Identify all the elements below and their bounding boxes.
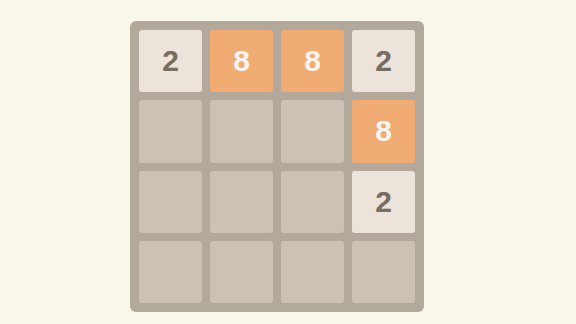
empty-cell-r4c3 xyxy=(281,241,344,303)
empty-cell-r4c2 xyxy=(210,241,273,303)
tile-2-r1c4: 2 xyxy=(352,30,415,92)
empty-cell-r2c1 xyxy=(139,100,202,162)
empty-cell-r3c3 xyxy=(281,171,344,233)
empty-cell-r4c1 xyxy=(139,241,202,303)
page-background: { "game": "2048", "grid_size": { "rows":… xyxy=(0,0,576,324)
tile-8-r1c2: 8 xyxy=(210,30,273,92)
empty-cell-r3c2 xyxy=(210,171,273,233)
game-board[interactable]: 288282 xyxy=(130,21,424,312)
empty-cell-r4c4 xyxy=(352,241,415,303)
tile-2-r3c4: 2 xyxy=(352,171,415,233)
empty-cell-r2c3 xyxy=(281,100,344,162)
tile-2-r1c1: 2 xyxy=(139,30,202,92)
tile-8-r2c4: 8 xyxy=(352,100,415,162)
tile-8-r1c3: 8 xyxy=(281,30,344,92)
empty-cell-r3c1 xyxy=(139,171,202,233)
empty-cell-r2c2 xyxy=(210,100,273,162)
